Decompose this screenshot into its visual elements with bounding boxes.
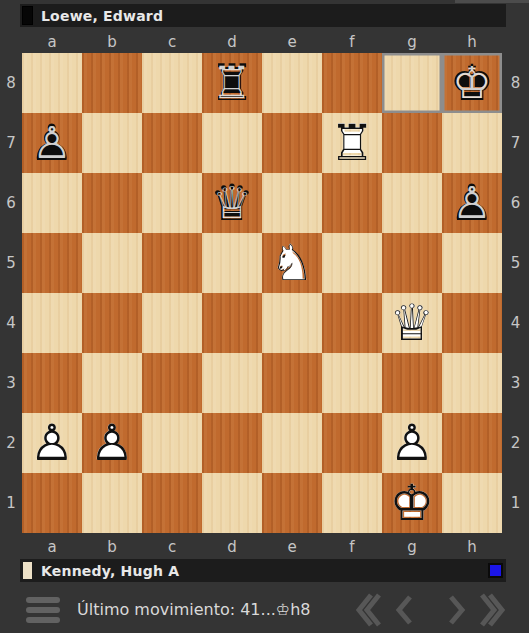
rank-label-1: 1 xyxy=(502,473,529,533)
square-b6[interactable] xyxy=(82,173,142,233)
file-label-a: a xyxy=(22,30,82,53)
square-f8[interactable] xyxy=(322,53,382,113)
previous-move-button[interactable] xyxy=(395,594,413,626)
file-label-f: f xyxy=(322,535,382,558)
rank-label-2: 2 xyxy=(0,413,22,473)
black-pawn[interactable]: ♟♙ xyxy=(22,113,82,173)
last-move-text: Último movimiento: 41...♔h8 xyxy=(77,600,310,619)
square-e4[interactable] xyxy=(262,293,322,353)
piece-glyph-detail: ♙ xyxy=(382,413,442,473)
rank-label-4: 4 xyxy=(0,293,22,353)
rank-label-3: 3 xyxy=(0,353,22,413)
black-pawn[interactable]: ♟♙ xyxy=(442,173,502,233)
white-king[interactable]: ♚♔ xyxy=(382,473,442,533)
square-h1[interactable] xyxy=(442,473,502,533)
square-e6[interactable] xyxy=(262,173,322,233)
status-bar: Último movimiento: 41...♔h8 xyxy=(0,586,529,633)
square-g5[interactable] xyxy=(382,233,442,293)
square-b8[interactable] xyxy=(82,53,142,113)
square-c8[interactable] xyxy=(142,53,202,113)
square-h2[interactable] xyxy=(442,413,502,473)
square-e2[interactable] xyxy=(262,413,322,473)
black-queen[interactable]: ♛♕ xyxy=(202,173,262,233)
square-b3[interactable] xyxy=(82,353,142,413)
rank-label-8: 8 xyxy=(0,53,22,113)
player-bar-black: Loewe, Edward xyxy=(20,4,506,27)
file-label-b: b xyxy=(82,30,142,53)
rank-label-6: 6 xyxy=(0,173,22,233)
file-label-e: e xyxy=(262,535,322,558)
white-queen[interactable]: ♛♕ xyxy=(382,293,442,353)
square-e5[interactable]: ♞♘ xyxy=(262,233,322,293)
chess-board[interactable]: ♜♖♚♔♟♙♜♖♛♕♟♙♞♘♛♕♟♙♟♙♟♙♚♔ xyxy=(22,53,502,533)
rank-label-3: 3 xyxy=(502,353,529,413)
turn-indicator xyxy=(490,565,501,576)
square-a1[interactable] xyxy=(22,473,82,533)
square-h3[interactable] xyxy=(442,353,502,413)
square-h4[interactable] xyxy=(442,293,502,353)
white-pawn[interactable]: ♟♙ xyxy=(82,413,142,473)
square-b2[interactable]: ♟♙ xyxy=(82,413,142,473)
square-c5[interactable] xyxy=(142,233,202,293)
go-to-start-button[interactable] xyxy=(354,591,382,629)
double-chevron-left-icon xyxy=(354,591,382,629)
square-f2[interactable] xyxy=(322,413,382,473)
black-color-swatch xyxy=(23,7,32,24)
square-g2[interactable]: ♟♙ xyxy=(382,413,442,473)
square-g8[interactable] xyxy=(382,53,442,113)
black-rook[interactable]: ♜♖ xyxy=(202,53,262,113)
square-c2[interactable] xyxy=(142,413,202,473)
square-h8[interactable]: ♚♔ xyxy=(442,53,502,113)
rank-label-4: 4 xyxy=(502,293,529,353)
rank-label-8: 8 xyxy=(502,53,529,113)
piece-glyph-detail: ♖ xyxy=(322,113,382,173)
square-g4[interactable]: ♛♕ xyxy=(382,293,442,353)
square-f5[interactable] xyxy=(322,233,382,293)
white-rook[interactable]: ♜♖ xyxy=(322,113,382,173)
file-label-h: h xyxy=(442,535,502,558)
white-knight[interactable]: ♞♘ xyxy=(262,233,322,293)
square-e3[interactable] xyxy=(262,353,322,413)
chess-viewer-app: Loewe, Edward abcdefgh 87654321 ♜♖♚♔♟♙♜♖… xyxy=(0,0,529,633)
rank-label-7: 7 xyxy=(502,113,529,173)
piece-glyph-detail: ♙ xyxy=(82,413,142,473)
piece-glyph-detail: ♙ xyxy=(446,177,499,230)
black-king[interactable]: ♚♔ xyxy=(442,53,502,113)
square-d1[interactable] xyxy=(202,473,262,533)
square-f4[interactable] xyxy=(322,293,382,353)
rank-labels-right: 87654321 xyxy=(502,53,529,533)
square-c1[interactable] xyxy=(142,473,202,533)
double-chevron-right-icon xyxy=(479,591,507,629)
file-label-d: d xyxy=(202,30,262,53)
piece-glyph-detail: ♙ xyxy=(22,413,82,473)
square-f3[interactable] xyxy=(322,353,382,413)
file-label-d: d xyxy=(202,535,262,558)
square-a7[interactable]: ♟♙ xyxy=(22,113,82,173)
go-to-end-button[interactable] xyxy=(479,591,507,629)
square-e7[interactable] xyxy=(262,113,322,173)
white-player-name: Kennedy, Hugh A xyxy=(41,563,179,579)
top-right-strip xyxy=(455,0,529,3)
rank-label-6: 6 xyxy=(502,173,529,233)
file-label-c: c xyxy=(142,30,202,53)
square-g6[interactable] xyxy=(382,173,442,233)
square-f6[interactable] xyxy=(322,173,382,233)
rank-labels-left: 87654321 xyxy=(0,53,22,533)
square-f1[interactable] xyxy=(322,473,382,533)
square-b4[interactable] xyxy=(82,293,142,353)
move-navigation xyxy=(354,591,507,629)
file-label-f: f xyxy=(322,30,382,53)
square-a4[interactable] xyxy=(22,293,82,353)
white-pawn[interactable]: ♟♙ xyxy=(22,413,82,473)
next-move-button[interactable] xyxy=(448,594,466,626)
rank-label-7: 7 xyxy=(0,113,22,173)
menu-icon[interactable] xyxy=(26,597,60,623)
square-d5[interactable] xyxy=(202,233,262,293)
white-pawn[interactable]: ♟♙ xyxy=(382,413,442,473)
square-h5[interactable] xyxy=(442,233,502,293)
square-e1[interactable] xyxy=(262,473,322,533)
rank-label-5: 5 xyxy=(502,233,529,293)
file-label-g: g xyxy=(382,30,442,53)
square-g3[interactable] xyxy=(382,353,442,413)
square-a5[interactable] xyxy=(22,233,82,293)
square-f7[interactable]: ♜♖ xyxy=(322,113,382,173)
file-label-e: e xyxy=(262,30,322,53)
file-label-g: g xyxy=(382,535,442,558)
square-a8[interactable] xyxy=(22,53,82,113)
white-color-swatch xyxy=(23,562,32,579)
piece-glyph-detail: ♔ xyxy=(382,473,442,533)
file-label-c: c xyxy=(142,535,202,558)
square-a3[interactable] xyxy=(22,353,82,413)
square-c6[interactable] xyxy=(142,173,202,233)
square-c3[interactable] xyxy=(142,353,202,413)
square-h6[interactable]: ♟♙ xyxy=(442,173,502,233)
piece-glyph-detail: ♕ xyxy=(382,293,442,353)
square-a2[interactable]: ♟♙ xyxy=(22,413,82,473)
square-d2[interactable] xyxy=(202,413,262,473)
square-g1[interactable]: ♚♔ xyxy=(382,473,442,533)
square-d7[interactable] xyxy=(202,113,262,173)
piece-glyph-detail: ♕ xyxy=(206,177,259,230)
chevron-right-icon xyxy=(448,594,466,626)
rank-label-2: 2 xyxy=(502,413,529,473)
piece-glyph-detail: ♙ xyxy=(26,117,79,170)
square-b1[interactable] xyxy=(82,473,142,533)
file-label-h: h xyxy=(442,30,502,53)
chevron-left-icon xyxy=(395,594,413,626)
rank-label-1: 1 xyxy=(0,473,22,533)
square-d3[interactable] xyxy=(202,353,262,413)
square-d6[interactable]: ♛♕ xyxy=(202,173,262,233)
file-labels-bottom: abcdefgh xyxy=(22,535,502,558)
file-label-b: b xyxy=(82,535,142,558)
player-bar-white: Kennedy, Hugh A xyxy=(20,559,506,582)
file-label-a: a xyxy=(22,535,82,558)
black-player-name: Loewe, Edward xyxy=(41,8,163,24)
square-b5[interactable] xyxy=(82,233,142,293)
piece-glyph-detail: ♘ xyxy=(262,233,322,293)
square-b7[interactable] xyxy=(82,113,142,173)
rank-label-5: 5 xyxy=(0,233,22,293)
square-e8[interactable] xyxy=(262,53,322,113)
square-g7[interactable] xyxy=(382,113,442,173)
square-d8[interactable]: ♜♖ xyxy=(202,53,262,113)
piece-glyph-detail: ♔ xyxy=(446,57,499,110)
square-a6[interactable] xyxy=(22,173,82,233)
square-c4[interactable] xyxy=(142,293,202,353)
square-d4[interactable] xyxy=(202,293,262,353)
square-h7[interactable] xyxy=(442,113,502,173)
square-c7[interactable] xyxy=(142,113,202,173)
file-labels-top: abcdefgh xyxy=(22,30,502,53)
piece-glyph-detail: ♖ xyxy=(206,57,259,110)
